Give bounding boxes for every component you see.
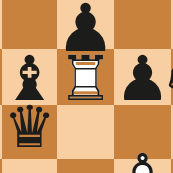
white-pawn-outline-icon: ♙ <box>113 146 172 173</box>
white-rook-outline-icon: ♖ <box>58 48 114 110</box>
board-square[interactable] <box>57 159 114 173</box>
board-square[interactable] <box>171 0 173 49</box>
piece-black-queen[interactable]: ♛ <box>2 105 57 159</box>
black-knight-icon: ♞ <box>159 49 173 109</box>
piece-white-pawn[interactable]: ♟♙ <box>114 159 171 173</box>
black-queen-icon: ♛ <box>4 98 56 156</box>
chess-board: ♟♝♜♖♟♞♛♟♙ <box>0 0 173 173</box>
board-square[interactable] <box>2 159 57 173</box>
piece-black-knight[interactable]: ♞ <box>171 49 173 105</box>
piece-white-rook[interactable]: ♜♖ <box>57 49 114 105</box>
